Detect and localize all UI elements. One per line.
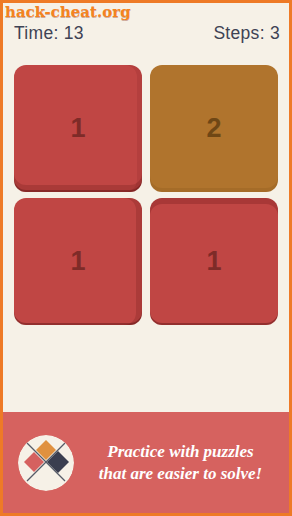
tile-r0c1[interactable]: 2 bbox=[150, 65, 278, 192]
pinwheel-diamonds-logo-icon bbox=[18, 435, 74, 491]
tile-r1c1[interactable]: 1 bbox=[150, 198, 278, 325]
tile-value: 2 bbox=[206, 113, 221, 144]
practice-banner[interactable]: Practice with puzzles that are easier to… bbox=[3, 412, 289, 513]
time-label: Time: 13 bbox=[14, 23, 84, 44]
tile-r0c0[interactable]: 1 bbox=[14, 65, 142, 192]
hud-bar: Time: 13 Steps: 3 bbox=[14, 23, 280, 44]
tile-value: 1 bbox=[206, 246, 221, 277]
steps-label: Steps: 3 bbox=[213, 23, 280, 44]
tile-value: 1 bbox=[70, 246, 85, 277]
banner-line-1: Practice with puzzles bbox=[80, 441, 281, 463]
tile-r1c0[interactable]: 1 bbox=[14, 198, 142, 325]
game-screen: hack-cheat.org Time: 13 Steps: 3 1 2 1 1… bbox=[0, 0, 292, 516]
banner-text: Practice with puzzles that are easier to… bbox=[74, 441, 289, 485]
banner-line-2: that are easier to solve! bbox=[80, 463, 281, 485]
watermark: hack-cheat.org bbox=[5, 3, 131, 21]
tile-value: 1 bbox=[70, 113, 85, 144]
tile-grid: 1 2 1 1 bbox=[14, 65, 278, 325]
